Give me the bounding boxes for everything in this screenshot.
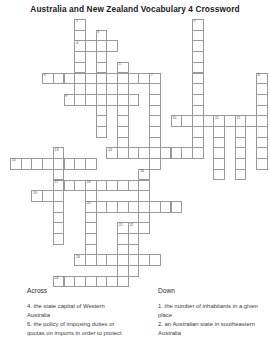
grid-cell[interactable] — [149, 254, 161, 266]
grid-cell-numbered[interactable]: 23 — [74, 254, 86, 266]
grid-cell-numbered[interactable]: 15 — [10, 158, 22, 170]
across-clue-6: quotas on imports in order to protect — [27, 329, 152, 338]
down-clue-1: place — [158, 311, 268, 320]
page-title: Australia and New Zealand Vocabulary 4 C… — [0, 4, 270, 14]
grid-cell[interactable] — [171, 201, 183, 213]
cell-number: 2 — [194, 20, 196, 24]
grid-cell[interactable] — [53, 233, 65, 245]
cell-number: 22 — [129, 224, 133, 228]
down-clue-lines: 1. the number of inhabitants in a givenp… — [158, 302, 268, 338]
grid-cell-numbered[interactable]: 9 — [64, 94, 76, 106]
grid-cell[interactable] — [138, 222, 150, 234]
cell-number: 5 — [119, 63, 121, 67]
cell-number: 8 — [258, 74, 260, 78]
grid-cell[interactable] — [192, 147, 204, 159]
grid-cell-numbered[interactable]: 4 — [74, 40, 86, 52]
grid-cell-numbered[interactable]: 24 — [53, 276, 65, 288]
down-clue-2: Australia — [158, 329, 268, 338]
cell-number: 19 — [33, 192, 37, 196]
cell-number: 4 — [76, 42, 78, 46]
across-clue-6: 6. the policy of imposing duties or — [27, 320, 152, 329]
cell-number: 16 — [140, 170, 144, 174]
crossword-worksheet: Australia and New Zealand Vocabulary 4 C… — [0, 0, 270, 350]
grid-cell-numbered[interactable]: 10 — [171, 115, 183, 127]
cell-number: 24 — [54, 277, 58, 281]
cell-number: 15 — [12, 159, 16, 163]
cell-number: 14 — [108, 149, 112, 153]
grid-cell-numbered[interactable]: 14 — [106, 147, 118, 159]
down-clue-1: 1. the number of inhabitants in a given — [158, 302, 268, 311]
grid-cell-numbered[interactable]: 13 — [53, 147, 65, 159]
across-clue-4: Australia — [27, 311, 152, 320]
cell-number: 9 — [65, 95, 67, 99]
grid-cell[interactable] — [85, 158, 97, 170]
grid-cell-numbered[interactable]: 7 — [149, 73, 161, 85]
cell-number: 3 — [97, 31, 99, 35]
crossword-grid: 123456789101112131415161718192021222324 — [10, 19, 268, 288]
down-header: Down — [158, 287, 268, 294]
cell-number: 23 — [76, 256, 80, 260]
grid-cell[interactable] — [106, 40, 118, 52]
grid-cell[interactable] — [128, 94, 140, 106]
cell-number: 11 — [215, 117, 219, 121]
grid-cell[interactable] — [128, 265, 140, 277]
grid-cell[interactable] — [256, 158, 268, 170]
cell-number: 21 — [119, 224, 123, 228]
cell-number: 10 — [172, 117, 176, 121]
grid-cell-numbered[interactable]: 16 — [138, 169, 150, 181]
grid-cell-numbered[interactable]: 12 — [235, 115, 247, 127]
grid-cell[interactable] — [149, 158, 161, 170]
across-clue-4: 4. the state capital of Western — [27, 302, 152, 311]
cell-number: 7 — [151, 74, 153, 78]
across-header: Across — [27, 287, 152, 294]
grid-cell[interactable] — [235, 169, 247, 181]
grid-cell[interactable] — [213, 169, 225, 181]
grid-cell-numbered[interactable]: 19 — [31, 190, 43, 202]
grid-cell-numbered[interactable]: 17 — [53, 180, 65, 192]
grid-cell-numbered[interactable]: 22 — [128, 222, 140, 234]
cell-number: 12 — [236, 117, 240, 121]
across-clue-list: Across 4. the state capital of WesternAu… — [27, 287, 152, 338]
grid-cell[interactable] — [117, 276, 129, 288]
cell-number: 18 — [87, 181, 91, 185]
cell-number: 17 — [54, 181, 58, 185]
down-clue-list: Down 1. the number of inhabitants in a g… — [158, 287, 268, 338]
grid-cell[interactable] — [96, 126, 108, 138]
across-clue-lines: 4. the state capital of WesternAustralia… — [27, 302, 152, 338]
grid-cell-numbered[interactable]: 6 — [42, 73, 54, 85]
cell-number: 6 — [44, 74, 46, 78]
cell-number: 20 — [87, 202, 91, 206]
cell-number: 1 — [76, 20, 78, 24]
cell-number: 13 — [54, 149, 58, 153]
grid-cell-numbered[interactable]: 8 — [256, 73, 268, 85]
grid-cell-numbered[interactable]: 11 — [213, 115, 225, 127]
grid-cell-numbered[interactable]: 2 — [192, 19, 204, 31]
grid-cell-numbered[interactable]: 20 — [85, 201, 97, 213]
grid-cell-numbered[interactable]: 1 — [74, 19, 86, 31]
grid-cell-numbered[interactable]: 3 — [96, 30, 108, 42]
grid-cell-numbered[interactable]: 18 — [85, 180, 97, 192]
grid-cell-numbered[interactable]: 5 — [117, 62, 129, 74]
down-clue-2: 2. an Australian state in southeastern — [158, 320, 268, 329]
